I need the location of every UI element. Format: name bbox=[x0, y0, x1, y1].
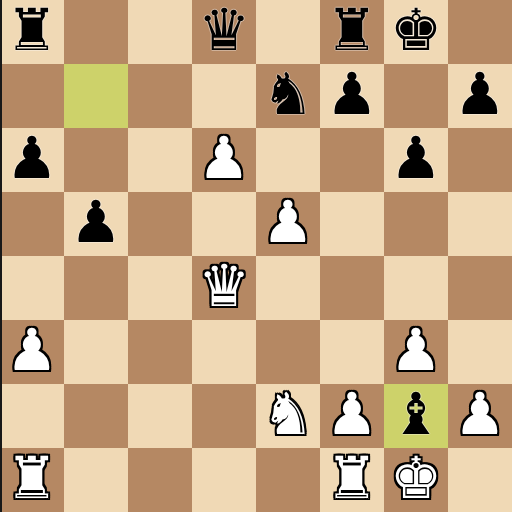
square-h7[interactable]: ♟ bbox=[448, 64, 512, 128]
square-h6[interactable] bbox=[448, 128, 512, 192]
square-a5[interactable] bbox=[0, 192, 64, 256]
piece-white-pawn-g3[interactable]: ♟ bbox=[390, 318, 442, 382]
square-h3[interactable] bbox=[448, 320, 512, 384]
piece-black-bishop-g2[interactable]: ♝ bbox=[390, 382, 442, 446]
square-g2[interactable]: ♝ bbox=[384, 384, 448, 448]
square-f1[interactable]: ♜ bbox=[320, 448, 384, 512]
piece-white-pawn-h2[interactable]: ♟ bbox=[454, 382, 506, 446]
piece-black-pawn-b5[interactable]: ♟ bbox=[70, 190, 122, 254]
square-f5[interactable] bbox=[320, 192, 384, 256]
piece-white-queen-d4[interactable]: ♛ bbox=[198, 254, 250, 318]
square-b6[interactable] bbox=[64, 128, 128, 192]
piece-white-pawn-e5[interactable]: ♟ bbox=[262, 190, 314, 254]
square-b7[interactable] bbox=[64, 64, 128, 128]
piece-black-pawn-h7[interactable]: ♟ bbox=[454, 62, 506, 126]
square-f2[interactable]: ♟ bbox=[320, 384, 384, 448]
square-d3[interactable] bbox=[192, 320, 256, 384]
square-g4[interactable] bbox=[384, 256, 448, 320]
square-b1[interactable] bbox=[64, 448, 128, 512]
square-b2[interactable] bbox=[64, 384, 128, 448]
square-a1[interactable]: ♜ bbox=[0, 448, 64, 512]
square-d6[interactable]: ♟ bbox=[192, 128, 256, 192]
square-h8[interactable] bbox=[448, 0, 512, 64]
square-h5[interactable] bbox=[448, 192, 512, 256]
square-g1[interactable]: ♚ bbox=[384, 448, 448, 512]
square-b3[interactable] bbox=[64, 320, 128, 384]
square-c4[interactable] bbox=[128, 256, 192, 320]
square-e8[interactable] bbox=[256, 0, 320, 64]
chess-board: ♜♛♜♚♞♟♟♟♟♟♟♟♛♟♟♞♟♝♟♜♜♚ bbox=[0, 0, 512, 512]
square-d2[interactable] bbox=[192, 384, 256, 448]
square-c1[interactable] bbox=[128, 448, 192, 512]
square-g5[interactable] bbox=[384, 192, 448, 256]
square-f4[interactable] bbox=[320, 256, 384, 320]
piece-black-rook-f8[interactable]: ♜ bbox=[326, 0, 378, 62]
piece-black-pawn-g6[interactable]: ♟ bbox=[390, 126, 442, 190]
piece-white-pawn-d6[interactable]: ♟ bbox=[198, 126, 250, 190]
square-c2[interactable] bbox=[128, 384, 192, 448]
square-b8[interactable] bbox=[64, 0, 128, 64]
square-c8[interactable] bbox=[128, 0, 192, 64]
piece-black-queen-d8[interactable]: ♛ bbox=[198, 0, 250, 62]
square-a4[interactable] bbox=[0, 256, 64, 320]
piece-black-pawn-f7[interactable]: ♟ bbox=[326, 62, 378, 126]
square-g8[interactable]: ♚ bbox=[384, 0, 448, 64]
square-f8[interactable]: ♜ bbox=[320, 0, 384, 64]
square-d7[interactable] bbox=[192, 64, 256, 128]
square-c7[interactable] bbox=[128, 64, 192, 128]
piece-black-pawn-a6[interactable]: ♟ bbox=[6, 126, 58, 190]
square-e4[interactable] bbox=[256, 256, 320, 320]
square-f6[interactable] bbox=[320, 128, 384, 192]
square-f3[interactable] bbox=[320, 320, 384, 384]
square-e1[interactable] bbox=[256, 448, 320, 512]
square-h4[interactable] bbox=[448, 256, 512, 320]
piece-white-knight-e2[interactable]: ♞ bbox=[262, 382, 314, 446]
square-c3[interactable] bbox=[128, 320, 192, 384]
square-h2[interactable]: ♟ bbox=[448, 384, 512, 448]
square-d8[interactable]: ♛ bbox=[192, 0, 256, 64]
square-e3[interactable] bbox=[256, 320, 320, 384]
square-e6[interactable] bbox=[256, 128, 320, 192]
square-b4[interactable] bbox=[64, 256, 128, 320]
piece-white-pawn-a3[interactable]: ♟ bbox=[6, 318, 58, 382]
square-g7[interactable] bbox=[384, 64, 448, 128]
piece-white-rook-f1[interactable]: ♜ bbox=[326, 446, 378, 510]
piece-white-rook-a1[interactable]: ♜ bbox=[6, 446, 58, 510]
square-e2[interactable]: ♞ bbox=[256, 384, 320, 448]
square-c6[interactable] bbox=[128, 128, 192, 192]
piece-black-knight-e7[interactable]: ♞ bbox=[262, 62, 314, 126]
square-e5[interactable]: ♟ bbox=[256, 192, 320, 256]
square-d5[interactable] bbox=[192, 192, 256, 256]
square-a3[interactable]: ♟ bbox=[0, 320, 64, 384]
square-a6[interactable]: ♟ bbox=[0, 128, 64, 192]
piece-white-king-g1[interactable]: ♚ bbox=[390, 446, 442, 510]
square-g6[interactable]: ♟ bbox=[384, 128, 448, 192]
square-h1[interactable] bbox=[448, 448, 512, 512]
square-d1[interactable] bbox=[192, 448, 256, 512]
square-e7[interactable]: ♞ bbox=[256, 64, 320, 128]
square-f7[interactable]: ♟ bbox=[320, 64, 384, 128]
square-a7[interactable] bbox=[0, 64, 64, 128]
piece-white-pawn-f2[interactable]: ♟ bbox=[326, 382, 378, 446]
square-a2[interactable] bbox=[0, 384, 64, 448]
square-d4[interactable]: ♛ bbox=[192, 256, 256, 320]
piece-black-king-g8[interactable]: ♚ bbox=[390, 0, 442, 62]
square-c5[interactable] bbox=[128, 192, 192, 256]
piece-black-rook-a8[interactable]: ♜ bbox=[6, 0, 58, 62]
square-g3[interactable]: ♟ bbox=[384, 320, 448, 384]
square-b5[interactable]: ♟ bbox=[64, 192, 128, 256]
square-a8[interactable]: ♜ bbox=[0, 0, 64, 64]
